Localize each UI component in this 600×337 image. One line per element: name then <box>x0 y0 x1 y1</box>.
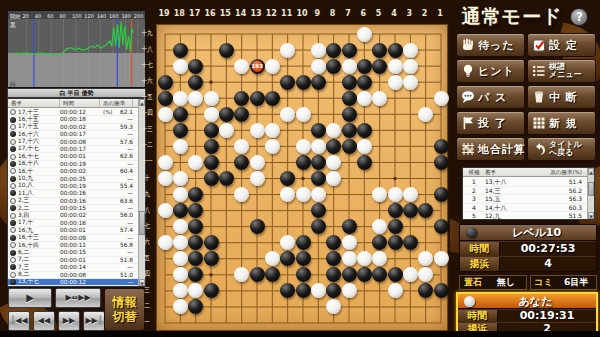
white-stone <box>311 139 326 154</box>
white-stone <box>158 235 173 250</box>
black-stone-icon <box>10 131 16 137</box>
row-label: 五 <box>141 250 154 266</box>
white-stone <box>204 91 219 106</box>
menu-button-label: 棋譜メニュー <box>549 63 582 79</box>
candidate-row[interactable]: 512,九51.5 <box>463 212 587 220</box>
black-stone-icon <box>10 250 16 256</box>
rules-row: 置石 無し コミ 6目半 <box>459 275 597 290</box>
undo-button[interactable]: 待った <box>456 33 525 57</box>
svg-text:20: 20 <box>22 13 28 19</box>
white-stone <box>403 43 418 58</box>
black-stone <box>342 267 357 282</box>
menu-buttons: 待った設 定ヒント棋譜メニューパ ス中 断投 了新 規地合計算タイトルへ戻る <box>456 33 598 161</box>
svg-text:開始: 開始 <box>10 13 20 20</box>
menu-button-label: 待った <box>478 38 515 53</box>
white-stone <box>173 251 188 266</box>
mode-title: 通常モード <box>462 4 563 30</box>
white-stone-icon <box>464 296 475 307</box>
black-stone <box>234 91 249 106</box>
black-stone <box>173 43 188 58</box>
bubble-icon <box>460 89 476 105</box>
row-label: 十八 <box>141 41 154 57</box>
black-stone <box>342 75 357 90</box>
resign-button[interactable]: 投 了 <box>456 111 525 135</box>
white-stone <box>388 187 403 202</box>
white-player-header: あなた <box>458 294 596 309</box>
white-stone-icon <box>10 139 16 145</box>
black-stone <box>204 171 219 186</box>
black-stone <box>234 155 249 170</box>
grid-icon <box>531 115 547 131</box>
white-stone <box>372 91 387 106</box>
black-stone <box>311 155 326 170</box>
white-stone <box>311 43 326 58</box>
black-stone <box>357 59 372 74</box>
first-move-button[interactable]: │◀◀ <box>8 311 30 331</box>
white-stone <box>296 139 311 154</box>
last-move-marker: 193 <box>252 61 263 72</box>
row-label: 八 <box>141 202 154 218</box>
svg-text:180: 180 <box>121 13 131 19</box>
white-stone-icon <box>10 154 16 160</box>
column-label: 11 <box>279 9 295 18</box>
black-stone <box>250 219 265 234</box>
column-label: 15 <box>217 9 233 18</box>
black-stone-icon <box>10 146 16 152</box>
white-time-value: 00:19:31 <box>498 310 596 322</box>
black-stone <box>357 123 372 138</box>
row-label: 十九 <box>141 25 154 41</box>
white-stone <box>265 139 280 154</box>
handicap-box: 置石 無し <box>459 275 527 290</box>
white-stone <box>250 171 265 186</box>
black-stone-icon <box>10 264 16 270</box>
play-button[interactable]: ▶ <box>8 288 52 308</box>
menu-button-label: タイトルへ戻る <box>549 141 582 157</box>
row-label: 十四 <box>141 105 154 121</box>
svg-text:40: 40 <box>35 13 41 19</box>
black-stone <box>296 267 311 282</box>
black-stone <box>326 59 341 74</box>
black-stone <box>342 107 357 122</box>
svg-text:100: 100 <box>72 13 82 19</box>
row-label: 十六 <box>141 73 154 89</box>
column-label: 6 <box>355 9 371 18</box>
menu-button-label: パ ス <box>478 90 507 105</box>
white-stone <box>326 123 341 138</box>
black-stone-icon <box>10 117 16 123</box>
bulb-icon <box>460 63 476 79</box>
black-stone <box>173 107 188 122</box>
column-label: 1 <box>432 9 448 18</box>
black-stone <box>403 235 418 250</box>
white-stone <box>234 59 249 74</box>
black-stone-icon <box>466 227 477 238</box>
white-stone <box>311 187 326 202</box>
move-history-table[interactable]: 着手 時間 黒の勝率(%) 17,十三00:00:1262.116,十五00:0… <box>7 98 146 287</box>
black-stone <box>326 139 341 154</box>
go-board[interactable]: 193 <box>156 24 448 331</box>
white-stone-icon <box>10 198 16 204</box>
black-stone <box>234 107 249 122</box>
black-stone <box>250 267 265 282</box>
black-stone <box>311 75 326 90</box>
white-stone <box>342 235 357 250</box>
black-stone <box>158 91 173 106</box>
row-label: 十一 <box>141 153 154 169</box>
black-stone <box>250 91 265 106</box>
black-stone <box>311 171 326 186</box>
row-label: 二 <box>141 298 154 314</box>
white-captures-value: 2 <box>498 323 596 335</box>
row-label: 十二 <box>141 137 154 153</box>
column-label: 16 <box>202 9 218 18</box>
white-stone <box>403 187 418 202</box>
column-label: 5 <box>371 9 387 18</box>
white-stone <box>173 235 188 250</box>
menu-button-label: 投 了 <box>478 116 507 131</box>
black-stone <box>188 59 203 74</box>
white-stone-icon <box>10 109 16 115</box>
black-stone <box>434 155 449 170</box>
menu-button-label: 中 断 <box>549 90 578 105</box>
black-stone-icon <box>10 279 16 285</box>
svg-text:60: 60 <box>47 13 53 19</box>
white-stone <box>296 107 311 122</box>
menu-button-label: ヒント <box>478 64 515 79</box>
black-stone <box>357 155 372 170</box>
row-label: 三 <box>141 282 154 298</box>
white-stone <box>388 75 403 90</box>
kifu-menu-button[interactable]: 棋譜メニュー <box>527 59 596 83</box>
playback-controls: ▶ ▶⇔▶▶ │◀◀ ◀◀ ▶▶ ▶▶│ 情報切替 <box>7 288 146 332</box>
candidate-table-header: 候補 着手 黒の勝率(%) <box>463 168 594 177</box>
black-stone <box>388 43 403 58</box>
white-stone-icon <box>10 183 16 189</box>
handicap-label: 置石 <box>460 276 486 289</box>
scroll-down-icon[interactable]: ▼ <box>588 212 594 219</box>
pass-button[interactable]: パ ス <box>456 85 525 109</box>
white-stone <box>188 91 203 106</box>
column-label: 10 <box>294 9 310 18</box>
svg-text:140: 140 <box>97 13 107 19</box>
white-stone-icon <box>10 242 16 248</box>
white-stone <box>434 251 449 266</box>
white-player-name: あなた <box>475 294 596 309</box>
black-stone <box>311 123 326 138</box>
white-player-panel: あなた 時間 00:19:31 揚浜 2 <box>456 292 598 335</box>
white-stone <box>342 283 357 298</box>
candidate-table-scrollbar[interactable]: ▲ ▼ <box>587 168 594 219</box>
column-label: 9 <box>309 9 325 18</box>
white-stone <box>434 91 449 106</box>
return-title-button[interactable]: タイトルへ戻る <box>527 137 596 161</box>
candidate-row[interactable]: 214,三56.2 <box>463 187 587 196</box>
black-stone <box>403 203 418 218</box>
white-stone <box>342 251 357 266</box>
white-stone <box>280 107 295 122</box>
white-stone <box>357 91 372 106</box>
flag-icon <box>460 115 476 131</box>
white-stone <box>173 219 188 234</box>
black-stone <box>388 219 403 234</box>
white-stone <box>280 43 295 58</box>
black-stone <box>372 59 387 74</box>
white-stone <box>296 187 311 202</box>
black-stone <box>342 123 357 138</box>
white-stone <box>158 171 173 186</box>
black-player-panel: レベル10 時間 00:27:53 揚浜 4 <box>459 224 597 272</box>
black-stone-icon <box>10 190 16 196</box>
black-stone <box>326 43 341 58</box>
pail-icon <box>531 89 547 105</box>
white-stone <box>250 123 265 138</box>
row-label: 十 <box>141 170 154 186</box>
candidate-table-rows: 113,十八51.4214,三56.2315,五56.3414,十八60.351… <box>463 178 587 219</box>
white-stone <box>418 107 433 122</box>
black-stone-icon <box>10 176 16 182</box>
row-label: 七 <box>141 218 154 234</box>
white-stone <box>403 59 418 74</box>
white-stone <box>388 59 403 74</box>
komi-box: コミ 6目半 <box>530 275 598 290</box>
move-table-row[interactable]: 13,十七00:00:12— <box>8 279 138 286</box>
white-stone-icon <box>10 124 16 130</box>
black-stone <box>204 235 219 250</box>
svg-text:200: 200 <box>134 13 144 19</box>
black-stone <box>204 139 219 154</box>
step-forward-button[interactable]: ▶▶ <box>58 311 80 331</box>
white-stone-icon <box>10 257 16 263</box>
handicap-value: 無し <box>486 276 526 289</box>
black-stone <box>219 43 234 58</box>
mode-bar: 通常モード ? <box>452 3 598 31</box>
black-stone <box>388 235 403 250</box>
time-label: 時間 <box>460 242 500 256</box>
white-stone <box>311 59 326 74</box>
black-stone <box>342 91 357 106</box>
komi-label: コミ <box>531 276 557 289</box>
black-stone <box>434 219 449 234</box>
white-stone <box>188 155 203 170</box>
black-stone <box>173 203 188 218</box>
white-stone <box>204 107 219 122</box>
white-stone <box>326 155 341 170</box>
black-stone <box>296 251 311 266</box>
white-stone <box>158 155 173 170</box>
column-label: 7 <box>340 9 356 18</box>
black-stone <box>204 155 219 170</box>
row-label: 四 <box>141 266 154 282</box>
white-stone <box>403 75 418 90</box>
black-stone <box>173 123 188 138</box>
black-stone: 193 <box>250 59 265 74</box>
svg-text:80: 80 <box>60 13 66 19</box>
black-stone <box>204 283 219 298</box>
white-stone <box>357 251 372 266</box>
black-stone <box>342 219 357 234</box>
black-player-name: レベル10 <box>477 225 596 240</box>
white-stone <box>342 59 357 74</box>
board-row-labels: 十九十八十七十六十五十四十三十二十一十九八七六五四三二一 <box>139 24 155 331</box>
winrate-graph: 開始20406080100120140160180200黒白 <box>7 10 146 88</box>
black-stone <box>204 123 219 138</box>
board-column-labels: 19181716151413121110987654321 <box>156 9 448 22</box>
scrollbar-thumb[interactable] <box>588 182 594 196</box>
autoplay-speed-button[interactable]: ▶⇔▶▶ <box>55 288 101 308</box>
suspend-button[interactable]: 中 断 <box>527 85 596 109</box>
help-button[interactable]: ? <box>570 8 588 26</box>
column-label: 18 <box>171 9 187 18</box>
white-stone <box>173 59 188 74</box>
menu-button-label: 地合計算 <box>478 142 526 157</box>
column-label: 4 <box>386 9 402 18</box>
svg-text:黒: 黒 <box>10 21 16 28</box>
white-stone <box>219 123 234 138</box>
white-stone <box>173 91 188 106</box>
last-move-button[interactable]: ▶▶│ <box>83 311 105 331</box>
evaluation-status: 白 半目 優勢 <box>7 88 146 98</box>
black-stone-icon <box>10 235 16 241</box>
move-table-header: 着手 時間 黒の勝率(%) <box>8 99 145 108</box>
column-label: 3 <box>401 9 417 18</box>
black-stone <box>296 75 311 90</box>
column-label: 2 <box>417 9 433 18</box>
return-icon <box>531 141 547 157</box>
white-stone <box>234 139 249 154</box>
time-label: 時間 <box>458 310 498 322</box>
move-table-rows: 17,十三00:00:1262.116,十五00:00:18—17,十五00:0… <box>8 109 138 286</box>
step-back-button[interactable]: ◀◀ <box>33 311 55 331</box>
white-stone <box>158 203 173 218</box>
black-stone <box>219 171 234 186</box>
black-stone <box>434 187 449 202</box>
black-stone <box>372 43 387 58</box>
white-stone <box>173 171 188 186</box>
territory-button[interactable]: 地合計算 <box>456 137 525 161</box>
white-stone <box>357 27 372 42</box>
white-stone <box>158 107 173 122</box>
white-stone <box>265 251 280 266</box>
black-stone-icon <box>10 220 16 226</box>
black-stone-icon <box>10 161 16 167</box>
captures-label: 揚浜 <box>458 323 498 335</box>
candidate-row[interactable]: 113,十八51.4 <box>463 178 587 187</box>
black-stone <box>342 43 357 58</box>
black-captures-value: 4 <box>500 257 596 271</box>
black-stone <box>204 251 219 266</box>
menu-button-label: 新 規 <box>549 116 578 131</box>
check-icon <box>531 37 547 53</box>
black-time-value: 00:27:53 <box>500 242 596 256</box>
white-stone <box>250 155 265 170</box>
white-stone-icon <box>10 168 16 174</box>
svg-text:白: 白 <box>10 80 16 88</box>
black-stone <box>296 155 311 170</box>
white-stone <box>173 139 188 154</box>
black-stone <box>388 203 403 218</box>
white-stone <box>357 139 372 154</box>
count-icon <box>460 141 476 157</box>
black-stone <box>311 203 326 218</box>
black-stone-icon <box>10 205 16 211</box>
row-label: 十七 <box>141 57 154 73</box>
black-stone <box>296 235 311 250</box>
white-stone <box>265 59 280 74</box>
candidate-row[interactable]: 414,十八60.3 <box>463 204 587 213</box>
black-stone <box>280 75 295 90</box>
row-label: 六 <box>141 234 154 250</box>
white-stone-icon <box>10 213 16 219</box>
candidate-row[interactable]: 315,五56.3 <box>463 195 587 204</box>
white-stone <box>173 187 188 202</box>
column-label: 12 <box>263 9 279 18</box>
row-label: 十三 <box>141 121 154 137</box>
black-stone <box>311 219 326 234</box>
black-stone <box>158 75 173 90</box>
svg-text:160: 160 <box>109 13 119 19</box>
settings-button[interactable]: 設 定 <box>527 33 596 57</box>
column-label: 14 <box>233 9 249 18</box>
black-stone <box>434 139 449 154</box>
svg-text:120: 120 <box>84 13 94 19</box>
row-label: 十五 <box>141 89 154 105</box>
black-stone <box>296 283 311 298</box>
hand-icon <box>460 37 476 53</box>
white-stone <box>265 123 280 138</box>
column-label: 19 <box>156 9 172 18</box>
white-stone-icon <box>10 272 16 278</box>
black-player-header: レベル10 <box>460 225 596 241</box>
black-stone <box>357 75 372 90</box>
black-stone <box>434 283 449 298</box>
scroll-up-icon[interactable]: ▲ <box>588 168 594 175</box>
black-stone <box>388 267 403 282</box>
komi-value: 6目半 <box>557 276 597 289</box>
menu-button-label: 設 定 <box>549 38 578 53</box>
white-stone-icon <box>10 227 16 233</box>
black-stone <box>188 75 203 90</box>
row-label: 一 <box>141 314 154 330</box>
candidate-moves-table[interactable]: 候補 着手 黒の勝率(%) 113,十八51.4214,三56.2315,五56… <box>462 167 595 220</box>
column-label: 13 <box>248 9 264 18</box>
black-stone <box>219 107 234 122</box>
captures-label: 揚浜 <box>460 257 500 271</box>
column-label: 17 <box>187 9 203 18</box>
column-label: 8 <box>325 9 341 18</box>
row-label: 九 <box>141 186 154 202</box>
white-stone <box>388 283 403 298</box>
black-stone <box>265 91 280 106</box>
new-game-button[interactable]: 新 規 <box>527 111 596 135</box>
menu-icon <box>531 63 547 79</box>
hint-button[interactable]: ヒント <box>456 59 525 83</box>
black-stone <box>342 139 357 154</box>
